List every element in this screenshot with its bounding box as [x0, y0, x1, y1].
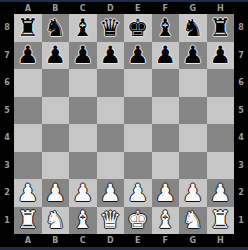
- square-e2[interactable]: ♟: [124, 179, 152, 207]
- white-pawn[interactable]: ♟: [127, 181, 149, 205]
- file-label: E: [124, 2, 152, 14]
- rank-label: 2: [0, 179, 14, 207]
- file-label: B: [42, 234, 70, 247]
- rank-label: 8: [234, 14, 248, 42]
- rank-label: 7: [0, 42, 14, 70]
- square-f5[interactable]: [152, 97, 180, 125]
- rank-labels-left: 87654321: [0, 14, 14, 234]
- square-d7[interactable]: ♟: [97, 42, 125, 70]
- rank-label: 3: [234, 152, 248, 180]
- square-h5[interactable]: [207, 97, 235, 125]
- square-b8[interactable]: ♞: [42, 14, 70, 42]
- square-c2[interactable]: ♟: [69, 179, 97, 207]
- square-h7[interactable]: ♟: [207, 42, 235, 70]
- square-g1[interactable]: ♞: [179, 207, 207, 235]
- file-label: C: [69, 2, 97, 14]
- rank-label: 1: [0, 207, 14, 235]
- black-knight[interactable]: ♞: [182, 16, 204, 40]
- white-rook[interactable]: ♜: [17, 208, 39, 232]
- square-d4[interactable]: [97, 124, 125, 152]
- square-e5[interactable]: [124, 97, 152, 125]
- black-king[interactable]: ♚: [127, 16, 149, 40]
- square-h8[interactable]: ♜: [207, 14, 235, 42]
- square-h6[interactable]: [207, 69, 235, 97]
- square-e3[interactable]: [124, 152, 152, 180]
- square-g8[interactable]: ♞: [179, 14, 207, 42]
- chess-app-window: ABCDEFGH 87654321 ♜♞♝♛♚♝♞♜♟♟♟♟♟♟♟♟♟♟♟♟♟♟…: [0, 0, 248, 250]
- square-a4[interactable]: [14, 124, 42, 152]
- white-queen[interactable]: ♛: [99, 208, 121, 232]
- rank-label: 3: [0, 152, 14, 180]
- white-king[interactable]: ♚: [127, 208, 149, 232]
- square-b4[interactable]: [42, 124, 70, 152]
- file-labels-top: ABCDEFGH: [14, 2, 234, 14]
- white-knight[interactable]: ♞: [182, 208, 204, 232]
- square-d2[interactable]: ♟: [97, 179, 125, 207]
- white-pawn[interactable]: ♟: [99, 181, 121, 205]
- chess-board: ♜♞♝♛♚♝♞♜♟♟♟♟♟♟♟♟♟♟♟♟♟♟♟♟♜♞♝♛♚♝♞♜: [14, 14, 234, 234]
- square-e7[interactable]: ♟: [124, 42, 152, 70]
- black-pawn[interactable]: ♟: [209, 43, 231, 67]
- file-label: H: [207, 234, 235, 247]
- rank-labels-right: 87654321: [234, 14, 248, 234]
- square-g6[interactable]: [179, 69, 207, 97]
- square-f3[interactable]: [152, 152, 180, 180]
- square-g2[interactable]: ♟: [179, 179, 207, 207]
- square-b1[interactable]: ♞: [42, 207, 70, 235]
- file-label: B: [42, 2, 70, 14]
- square-a2[interactable]: ♟: [14, 179, 42, 207]
- white-rook[interactable]: ♜: [209, 208, 231, 232]
- file-label: A: [14, 234, 42, 247]
- square-g4[interactable]: [179, 124, 207, 152]
- white-knight[interactable]: ♞: [44, 208, 66, 232]
- rank-label: 8: [0, 14, 14, 42]
- square-f6[interactable]: [152, 69, 180, 97]
- square-a7[interactable]: ♟: [14, 42, 42, 70]
- square-a3[interactable]: [14, 152, 42, 180]
- white-pawn[interactable]: ♟: [209, 181, 231, 205]
- square-f4[interactable]: [152, 124, 180, 152]
- file-label: H: [207, 2, 235, 14]
- black-pawn[interactable]: ♟: [154, 43, 176, 67]
- rank-label: 6: [234, 69, 248, 97]
- rank-label: 6: [0, 69, 14, 97]
- black-pawn[interactable]: ♟: [99, 43, 121, 67]
- rank-label: 5: [0, 97, 14, 125]
- file-labels-bottom: ABCDEFGH: [14, 234, 234, 247]
- square-d3[interactable]: [97, 152, 125, 180]
- square-d6[interactable]: [97, 69, 125, 97]
- square-h2[interactable]: ♟: [207, 179, 235, 207]
- file-label: G: [179, 234, 207, 247]
- black-pawn[interactable]: ♟: [44, 43, 66, 67]
- rank-label: 4: [234, 124, 248, 152]
- black-queen[interactable]: ♛: [99, 16, 121, 40]
- square-a6[interactable]: [14, 69, 42, 97]
- white-pawn[interactable]: ♟: [17, 181, 39, 205]
- square-f8[interactable]: ♝: [152, 14, 180, 42]
- white-pawn[interactable]: ♟: [44, 181, 66, 205]
- square-c7[interactable]: ♟: [69, 42, 97, 70]
- square-f2[interactable]: ♟: [152, 179, 180, 207]
- black-pawn[interactable]: ♟: [72, 43, 94, 67]
- black-rook[interactable]: ♜: [209, 16, 231, 40]
- rank-label: 7: [234, 42, 248, 70]
- rank-label: 1: [234, 207, 248, 235]
- square-c5[interactable]: [69, 97, 97, 125]
- square-h1[interactable]: ♜: [207, 207, 235, 235]
- file-label: F: [152, 234, 180, 247]
- square-e6[interactable]: [124, 69, 152, 97]
- square-b5[interactable]: [42, 97, 70, 125]
- square-g7[interactable]: ♟: [179, 42, 207, 70]
- square-h4[interactable]: [207, 124, 235, 152]
- white-bishop[interactable]: ♝: [72, 208, 94, 232]
- square-a5[interactable]: [14, 97, 42, 125]
- square-a1[interactable]: ♜: [14, 207, 42, 235]
- rank-label: 2: [234, 179, 248, 207]
- black-bishop[interactable]: ♝: [154, 16, 176, 40]
- square-c1[interactable]: ♝: [69, 207, 97, 235]
- rank-label: 5: [234, 97, 248, 125]
- white-pawn[interactable]: ♟: [72, 181, 94, 205]
- black-knight[interactable]: ♞: [44, 16, 66, 40]
- square-h3[interactable]: [207, 152, 235, 180]
- square-e1[interactable]: ♚: [124, 207, 152, 235]
- white-pawn[interactable]: ♟: [154, 181, 176, 205]
- black-pawn[interactable]: ♟: [182, 43, 204, 67]
- square-e8[interactable]: ♚: [124, 14, 152, 42]
- file-label: D: [97, 2, 125, 14]
- square-c3[interactable]: [69, 152, 97, 180]
- square-f7[interactable]: ♟: [152, 42, 180, 70]
- square-f1[interactable]: ♝: [152, 207, 180, 235]
- black-pawn[interactable]: ♟: [127, 43, 149, 67]
- rank-label: 4: [0, 124, 14, 152]
- square-e4[interactable]: [124, 124, 152, 152]
- file-label: F: [152, 2, 180, 14]
- square-g3[interactable]: [179, 152, 207, 180]
- square-c8[interactable]: ♝: [69, 14, 97, 42]
- black-pawn[interactable]: ♟: [17, 43, 39, 67]
- square-b3[interactable]: [42, 152, 70, 180]
- square-g5[interactable]: [179, 97, 207, 125]
- square-b6[interactable]: [42, 69, 70, 97]
- file-label: D: [97, 234, 125, 247]
- square-d5[interactable]: [97, 97, 125, 125]
- white-bishop[interactable]: ♝: [154, 208, 176, 232]
- square-c6[interactable]: [69, 69, 97, 97]
- square-a8[interactable]: ♜: [14, 14, 42, 42]
- black-rook[interactable]: ♜: [17, 16, 39, 40]
- file-label: C: [69, 234, 97, 247]
- white-pawn[interactable]: ♟: [182, 181, 204, 205]
- file-label: G: [179, 2, 207, 14]
- square-b7[interactable]: ♟: [42, 42, 70, 70]
- file-label: E: [124, 234, 152, 247]
- black-bishop[interactable]: ♝: [72, 16, 94, 40]
- square-c4[interactable]: [69, 124, 97, 152]
- file-label: A: [14, 2, 42, 14]
- square-b2[interactable]: ♟: [42, 179, 70, 207]
- square-d8[interactable]: ♛: [97, 14, 125, 42]
- square-d1[interactable]: ♛: [97, 207, 125, 235]
